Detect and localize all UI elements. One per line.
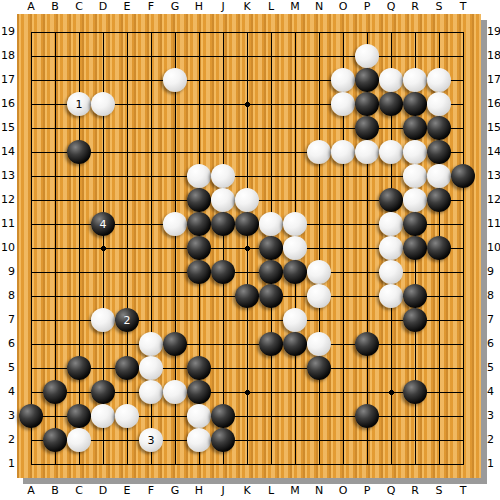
intersection-C9[interactable]	[67, 260, 91, 284]
intersection-R10[interactable]	[403, 236, 427, 260]
intersection-Q14[interactable]	[379, 140, 403, 164]
intersection-F5[interactable]	[139, 356, 163, 380]
intersection-K2[interactable]	[235, 428, 259, 452]
intersection-L1[interactable]	[259, 452, 283, 476]
intersection-S5[interactable]	[427, 356, 451, 380]
intersection-Q4[interactable]	[379, 380, 403, 404]
intersection-G18[interactable]	[163, 44, 187, 68]
intersection-T6[interactable]	[451, 332, 475, 356]
intersection-K12[interactable]	[235, 188, 259, 212]
intersection-E4[interactable]	[115, 380, 139, 404]
intersection-L17[interactable]	[259, 68, 283, 92]
intersection-J18[interactable]	[211, 44, 235, 68]
intersection-F14[interactable]	[139, 140, 163, 164]
intersection-G2[interactable]	[163, 428, 187, 452]
intersection-A10[interactable]	[19, 236, 43, 260]
intersection-O4[interactable]	[331, 380, 355, 404]
intersection-E8[interactable]	[115, 284, 139, 308]
intersection-J2[interactable]	[211, 428, 235, 452]
intersection-B13[interactable]	[43, 164, 67, 188]
intersection-M6[interactable]	[283, 332, 307, 356]
intersection-J6[interactable]	[211, 332, 235, 356]
intersection-J7[interactable]	[211, 308, 235, 332]
intersection-K11[interactable]	[235, 212, 259, 236]
intersection-L15[interactable]	[259, 116, 283, 140]
intersection-R2[interactable]	[403, 428, 427, 452]
intersection-B15[interactable]	[43, 116, 67, 140]
intersection-R6[interactable]	[403, 332, 427, 356]
intersection-D10[interactable]	[91, 236, 115, 260]
intersection-C15[interactable]	[67, 116, 91, 140]
intersection-L16[interactable]	[259, 92, 283, 116]
intersection-R3[interactable]	[403, 404, 427, 428]
intersection-K17[interactable]	[235, 68, 259, 92]
intersection-B5[interactable]	[43, 356, 67, 380]
intersection-C4[interactable]	[67, 380, 91, 404]
intersection-O3[interactable]	[331, 404, 355, 428]
intersection-F4[interactable]	[139, 380, 163, 404]
intersection-Q10[interactable]	[379, 236, 403, 260]
intersection-J9[interactable]	[211, 260, 235, 284]
intersection-R11[interactable]	[403, 212, 427, 236]
intersection-Q9[interactable]	[379, 260, 403, 284]
intersection-K16[interactable]	[235, 92, 259, 116]
intersection-F8[interactable]	[139, 284, 163, 308]
intersection-N9[interactable]	[307, 260, 331, 284]
intersection-G1[interactable]	[163, 452, 187, 476]
intersection-T3[interactable]	[451, 404, 475, 428]
intersection-T8[interactable]	[451, 284, 475, 308]
intersection-L12[interactable]	[259, 188, 283, 212]
intersection-K4[interactable]	[235, 380, 259, 404]
intersection-T15[interactable]	[451, 116, 475, 140]
intersection-M10[interactable]	[283, 236, 307, 260]
intersection-H5[interactable]	[187, 356, 211, 380]
intersection-N13[interactable]	[307, 164, 331, 188]
intersection-O17[interactable]	[331, 68, 355, 92]
intersection-K13[interactable]	[235, 164, 259, 188]
intersection-G16[interactable]	[163, 92, 187, 116]
intersection-A3[interactable]	[19, 404, 43, 428]
intersection-O10[interactable]	[331, 236, 355, 260]
intersection-K8[interactable]	[235, 284, 259, 308]
intersection-P11[interactable]	[355, 212, 379, 236]
intersection-M9[interactable]	[283, 260, 307, 284]
intersection-B11[interactable]	[43, 212, 67, 236]
intersection-F16[interactable]	[139, 92, 163, 116]
intersection-A13[interactable]	[19, 164, 43, 188]
intersection-O14[interactable]	[331, 140, 355, 164]
intersection-E3[interactable]	[115, 404, 139, 428]
intersection-R5[interactable]	[403, 356, 427, 380]
intersection-N3[interactable]	[307, 404, 331, 428]
intersection-A4[interactable]	[19, 380, 43, 404]
intersection-D14[interactable]	[91, 140, 115, 164]
intersection-H15[interactable]	[187, 116, 211, 140]
intersection-E13[interactable]	[115, 164, 139, 188]
intersection-H17[interactable]	[187, 68, 211, 92]
intersection-N7[interactable]	[307, 308, 331, 332]
intersection-N18[interactable]	[307, 44, 331, 68]
intersection-H13[interactable]	[187, 164, 211, 188]
intersection-H4[interactable]	[187, 380, 211, 404]
intersection-D11[interactable]: 4	[91, 212, 115, 236]
intersection-R9[interactable]	[403, 260, 427, 284]
intersection-G5[interactable]	[163, 356, 187, 380]
intersection-O1[interactable]	[331, 452, 355, 476]
intersection-D17[interactable]	[91, 68, 115, 92]
intersection-F1[interactable]	[139, 452, 163, 476]
intersection-S2[interactable]	[427, 428, 451, 452]
intersection-P18[interactable]	[355, 44, 379, 68]
intersection-J19[interactable]	[211, 20, 235, 44]
intersection-A1[interactable]	[19, 452, 43, 476]
intersection-S11[interactable]	[427, 212, 451, 236]
intersection-G3[interactable]	[163, 404, 187, 428]
intersection-E14[interactable]	[115, 140, 139, 164]
intersection-C1[interactable]	[67, 452, 91, 476]
intersection-A16[interactable]	[19, 92, 43, 116]
intersection-A11[interactable]	[19, 212, 43, 236]
intersection-D16[interactable]	[91, 92, 115, 116]
intersection-Q18[interactable]	[379, 44, 403, 68]
intersection-Q3[interactable]	[379, 404, 403, 428]
intersection-B18[interactable]	[43, 44, 67, 68]
intersection-B4[interactable]	[43, 380, 67, 404]
intersection-C17[interactable]	[67, 68, 91, 92]
intersection-H19[interactable]	[187, 20, 211, 44]
intersection-J4[interactable]	[211, 380, 235, 404]
intersection-M19[interactable]	[283, 20, 307, 44]
intersection-J1[interactable]	[211, 452, 235, 476]
intersection-C18[interactable]	[67, 44, 91, 68]
intersection-P9[interactable]	[355, 260, 379, 284]
intersection-C8[interactable]	[67, 284, 91, 308]
intersection-H8[interactable]	[187, 284, 211, 308]
intersection-H10[interactable]	[187, 236, 211, 260]
intersection-S6[interactable]	[427, 332, 451, 356]
intersection-N14[interactable]	[307, 140, 331, 164]
intersection-N6[interactable]	[307, 332, 331, 356]
intersection-L11[interactable]	[259, 212, 283, 236]
intersection-O5[interactable]	[331, 356, 355, 380]
intersection-R1[interactable]	[403, 452, 427, 476]
intersection-S19[interactable]	[427, 20, 451, 44]
intersection-S9[interactable]	[427, 260, 451, 284]
intersection-A17[interactable]	[19, 68, 43, 92]
intersection-T11[interactable]	[451, 212, 475, 236]
intersection-F2[interactable]: 3	[139, 428, 163, 452]
intersection-N5[interactable]	[307, 356, 331, 380]
intersection-S1[interactable]	[427, 452, 451, 476]
intersection-A9[interactable]	[19, 260, 43, 284]
intersection-O18[interactable]	[331, 44, 355, 68]
intersection-T4[interactable]	[451, 380, 475, 404]
intersection-D6[interactable]	[91, 332, 115, 356]
intersection-C11[interactable]	[67, 212, 91, 236]
intersection-L3[interactable]	[259, 404, 283, 428]
intersection-B14[interactable]	[43, 140, 67, 164]
intersection-T2[interactable]	[451, 428, 475, 452]
intersection-S18[interactable]	[427, 44, 451, 68]
intersection-E19[interactable]	[115, 20, 139, 44]
intersection-G9[interactable]	[163, 260, 187, 284]
intersection-F18[interactable]	[139, 44, 163, 68]
intersection-D13[interactable]	[91, 164, 115, 188]
intersection-E18[interactable]	[115, 44, 139, 68]
intersection-N11[interactable]	[307, 212, 331, 236]
intersection-C16[interactable]: 1	[67, 92, 91, 116]
intersection-D5[interactable]	[91, 356, 115, 380]
intersection-E11[interactable]	[115, 212, 139, 236]
intersection-E16[interactable]	[115, 92, 139, 116]
intersection-P14[interactable]	[355, 140, 379, 164]
intersection-S7[interactable]	[427, 308, 451, 332]
intersection-C3[interactable]	[67, 404, 91, 428]
intersection-C19[interactable]	[67, 20, 91, 44]
intersection-N19[interactable]	[307, 20, 331, 44]
intersection-O19[interactable]	[331, 20, 355, 44]
intersection-Q16[interactable]	[379, 92, 403, 116]
intersection-G10[interactable]	[163, 236, 187, 260]
intersection-G14[interactable]	[163, 140, 187, 164]
intersection-E7[interactable]: 2	[115, 308, 139, 332]
intersection-D2[interactable]	[91, 428, 115, 452]
intersection-H6[interactable]	[187, 332, 211, 356]
intersection-C13[interactable]	[67, 164, 91, 188]
intersection-M13[interactable]	[283, 164, 307, 188]
intersection-G17[interactable]	[163, 68, 187, 92]
intersection-S8[interactable]	[427, 284, 451, 308]
intersection-S4[interactable]	[427, 380, 451, 404]
intersection-L5[interactable]	[259, 356, 283, 380]
intersection-T14[interactable]	[451, 140, 475, 164]
intersection-K10[interactable]	[235, 236, 259, 260]
intersection-E10[interactable]	[115, 236, 139, 260]
intersection-S14[interactable]	[427, 140, 451, 164]
intersection-F10[interactable]	[139, 236, 163, 260]
intersection-L7[interactable]	[259, 308, 283, 332]
intersection-L10[interactable]	[259, 236, 283, 260]
intersection-P13[interactable]	[355, 164, 379, 188]
intersection-N1[interactable]	[307, 452, 331, 476]
intersection-M7[interactable]	[283, 308, 307, 332]
intersection-E15[interactable]	[115, 116, 139, 140]
intersection-M2[interactable]	[283, 428, 307, 452]
intersection-O12[interactable]	[331, 188, 355, 212]
intersection-C5[interactable]	[67, 356, 91, 380]
intersection-S15[interactable]	[427, 116, 451, 140]
intersection-F9[interactable]	[139, 260, 163, 284]
intersection-G8[interactable]	[163, 284, 187, 308]
intersection-Q1[interactable]	[379, 452, 403, 476]
intersection-F12[interactable]	[139, 188, 163, 212]
intersection-D12[interactable]	[91, 188, 115, 212]
intersection-D4[interactable]	[91, 380, 115, 404]
intersection-G13[interactable]	[163, 164, 187, 188]
intersection-P16[interactable]	[355, 92, 379, 116]
intersection-T13[interactable]	[451, 164, 475, 188]
intersection-D3[interactable]	[91, 404, 115, 428]
intersection-L18[interactable]	[259, 44, 283, 68]
intersection-A6[interactable]	[19, 332, 43, 356]
intersection-Q12[interactable]	[379, 188, 403, 212]
intersection-Q7[interactable]	[379, 308, 403, 332]
intersection-R19[interactable]	[403, 20, 427, 44]
intersection-A15[interactable]	[19, 116, 43, 140]
intersection-T5[interactable]	[451, 356, 475, 380]
intersection-S12[interactable]	[427, 188, 451, 212]
intersection-N10[interactable]	[307, 236, 331, 260]
intersection-R18[interactable]	[403, 44, 427, 68]
intersection-B2[interactable]	[43, 428, 67, 452]
intersection-M5[interactable]	[283, 356, 307, 380]
intersection-L9[interactable]	[259, 260, 283, 284]
intersection-G6[interactable]	[163, 332, 187, 356]
intersection-P4[interactable]	[355, 380, 379, 404]
intersection-P3[interactable]	[355, 404, 379, 428]
intersection-P17[interactable]	[355, 68, 379, 92]
intersection-E2[interactable]	[115, 428, 139, 452]
intersection-D8[interactable]	[91, 284, 115, 308]
intersection-J12[interactable]	[211, 188, 235, 212]
intersection-M11[interactable]	[283, 212, 307, 236]
intersection-H11[interactable]	[187, 212, 211, 236]
intersection-P15[interactable]	[355, 116, 379, 140]
intersection-P10[interactable]	[355, 236, 379, 260]
intersection-J10[interactable]	[211, 236, 235, 260]
intersection-R16[interactable]	[403, 92, 427, 116]
intersection-O9[interactable]	[331, 260, 355, 284]
intersection-E6[interactable]	[115, 332, 139, 356]
intersection-P1[interactable]	[355, 452, 379, 476]
intersection-M17[interactable]	[283, 68, 307, 92]
intersection-L19[interactable]	[259, 20, 283, 44]
intersection-M1[interactable]	[283, 452, 307, 476]
intersection-E12[interactable]	[115, 188, 139, 212]
intersection-G11[interactable]	[163, 212, 187, 236]
intersection-R17[interactable]	[403, 68, 427, 92]
intersection-R13[interactable]	[403, 164, 427, 188]
intersection-Q11[interactable]	[379, 212, 403, 236]
intersection-Q2[interactable]	[379, 428, 403, 452]
intersection-F19[interactable]	[139, 20, 163, 44]
intersection-L6[interactable]	[259, 332, 283, 356]
intersection-O11[interactable]	[331, 212, 355, 236]
intersection-Q17[interactable]	[379, 68, 403, 92]
intersection-P5[interactable]	[355, 356, 379, 380]
intersection-K15[interactable]	[235, 116, 259, 140]
intersection-T19[interactable]	[451, 20, 475, 44]
intersection-Q8[interactable]	[379, 284, 403, 308]
intersection-J5[interactable]	[211, 356, 235, 380]
intersection-R8[interactable]	[403, 284, 427, 308]
intersection-B10[interactable]	[43, 236, 67, 260]
intersection-J15[interactable]	[211, 116, 235, 140]
intersection-D19[interactable]	[91, 20, 115, 44]
intersection-Q6[interactable]	[379, 332, 403, 356]
intersection-F17[interactable]	[139, 68, 163, 92]
intersection-B17[interactable]	[43, 68, 67, 92]
intersection-C12[interactable]	[67, 188, 91, 212]
intersection-F15[interactable]	[139, 116, 163, 140]
intersection-K5[interactable]	[235, 356, 259, 380]
intersection-G12[interactable]	[163, 188, 187, 212]
intersection-R14[interactable]	[403, 140, 427, 164]
intersection-C10[interactable]	[67, 236, 91, 260]
intersection-L4[interactable]	[259, 380, 283, 404]
intersection-N8[interactable]	[307, 284, 331, 308]
intersection-A14[interactable]	[19, 140, 43, 164]
intersection-O8[interactable]	[331, 284, 355, 308]
intersection-B16[interactable]	[43, 92, 67, 116]
intersection-E1[interactable]	[115, 452, 139, 476]
intersection-K6[interactable]	[235, 332, 259, 356]
intersection-O16[interactable]	[331, 92, 355, 116]
intersection-K1[interactable]	[235, 452, 259, 476]
intersection-S16[interactable]	[427, 92, 451, 116]
intersection-B8[interactable]	[43, 284, 67, 308]
intersection-N15[interactable]	[307, 116, 331, 140]
intersection-L8[interactable]	[259, 284, 283, 308]
intersection-P6[interactable]	[355, 332, 379, 356]
intersection-E5[interactable]	[115, 356, 139, 380]
intersection-K19[interactable]	[235, 20, 259, 44]
intersection-O13[interactable]	[331, 164, 355, 188]
intersection-F11[interactable]	[139, 212, 163, 236]
intersection-N2[interactable]	[307, 428, 331, 452]
intersection-H1[interactable]	[187, 452, 211, 476]
intersection-E17[interactable]	[115, 68, 139, 92]
intersection-O15[interactable]	[331, 116, 355, 140]
intersection-Q5[interactable]	[379, 356, 403, 380]
intersection-P2[interactable]	[355, 428, 379, 452]
intersection-Q19[interactable]	[379, 20, 403, 44]
intersection-T12[interactable]	[451, 188, 475, 212]
intersection-T9[interactable]	[451, 260, 475, 284]
intersection-K18[interactable]	[235, 44, 259, 68]
intersection-G4[interactable]	[163, 380, 187, 404]
intersection-B1[interactable]	[43, 452, 67, 476]
intersection-O7[interactable]	[331, 308, 355, 332]
intersection-C7[interactable]	[67, 308, 91, 332]
intersection-M3[interactable]	[283, 404, 307, 428]
intersection-B3[interactable]	[43, 404, 67, 428]
intersection-A2[interactable]	[19, 428, 43, 452]
intersection-N12[interactable]	[307, 188, 331, 212]
intersection-B19[interactable]	[43, 20, 67, 44]
intersection-O2[interactable]	[331, 428, 355, 452]
intersection-J8[interactable]	[211, 284, 235, 308]
intersection-N17[interactable]	[307, 68, 331, 92]
intersection-G15[interactable]	[163, 116, 187, 140]
intersection-G7[interactable]	[163, 308, 187, 332]
intersection-H2[interactable]	[187, 428, 211, 452]
intersection-J13[interactable]	[211, 164, 235, 188]
intersection-S17[interactable]	[427, 68, 451, 92]
intersection-J14[interactable]	[211, 140, 235, 164]
intersection-B6[interactable]	[43, 332, 67, 356]
intersection-F7[interactable]	[139, 308, 163, 332]
intersection-C6[interactable]	[67, 332, 91, 356]
intersection-K9[interactable]	[235, 260, 259, 284]
intersection-M16[interactable]	[283, 92, 307, 116]
intersection-P7[interactable]	[355, 308, 379, 332]
intersection-H14[interactable]	[187, 140, 211, 164]
intersection-H7[interactable]	[187, 308, 211, 332]
intersection-S13[interactable]	[427, 164, 451, 188]
intersection-T1[interactable]	[451, 452, 475, 476]
